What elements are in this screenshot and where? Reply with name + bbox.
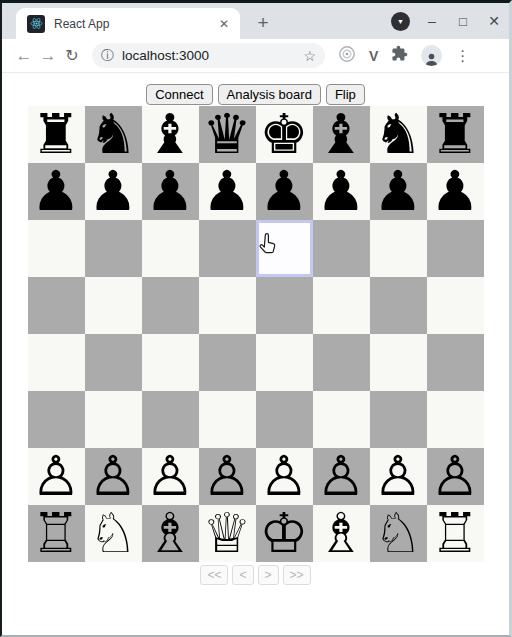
square-e7[interactable]: ♟	[256, 163, 313, 220]
square-e6[interactable]	[256, 220, 313, 277]
move-navigation: << < > >>	[2, 565, 509, 585]
piece-black-knight: ♞	[373, 106, 422, 163]
piece-black-pawn: ♟	[316, 163, 365, 220]
square-h6[interactable]	[427, 220, 484, 277]
react-favicon-icon	[27, 15, 45, 33]
square-f2[interactable]: ♙	[313, 448, 370, 505]
piece-black-pawn: ♟	[202, 163, 251, 220]
piece-black-rook: ♜	[31, 106, 80, 163]
square-h1[interactable]: ♖	[427, 505, 484, 562]
piece-black-pawn: ♟	[373, 163, 422, 220]
piece-white-knight: ♘	[88, 505, 137, 562]
square-f5[interactable]	[313, 277, 370, 334]
square-e1[interactable]: ♔	[256, 505, 313, 562]
square-b2[interactable]: ♙	[85, 448, 142, 505]
next-move-button[interactable]: >	[258, 565, 279, 585]
square-g6[interactable]	[370, 220, 427, 277]
square-b3[interactable]	[85, 391, 142, 448]
square-c3[interactable]	[142, 391, 199, 448]
browser-toolbar: ← → ↻ ⓘ localhost:3000 ☆ V	[2, 39, 509, 73]
tab-close-icon[interactable]: ✕	[216, 16, 232, 32]
media-controls-icon[interactable]: ▼	[391, 12, 410, 31]
piece-black-rook: ♜	[430, 106, 479, 163]
action-button-row: Connect Analysis board Flip	[2, 73, 509, 105]
square-c4[interactable]	[142, 334, 199, 391]
square-h7[interactable]: ♟	[427, 163, 484, 220]
prev-move-button[interactable]: <	[232, 565, 253, 585]
square-c8[interactable]: ♝	[142, 106, 199, 163]
piece-white-pawn: ♙	[145, 448, 194, 505]
square-g4[interactable]	[370, 334, 427, 391]
piece-white-rook: ♖	[31, 505, 80, 562]
square-a5[interactable]	[28, 277, 85, 334]
new-tab-button[interactable]: +	[250, 11, 276, 37]
piece-white-pawn: ♙	[430, 448, 479, 505]
square-h3[interactable]	[427, 391, 484, 448]
square-d2[interactable]: ♙	[199, 448, 256, 505]
piece-white-queen: ♕	[202, 505, 251, 562]
close-button[interactable]: ✕	[485, 13, 503, 29]
square-f4[interactable]	[313, 334, 370, 391]
piece-black-pawn: ♟	[31, 163, 80, 220]
square-f7[interactable]: ♟	[313, 163, 370, 220]
piece-white-knight: ♘	[373, 505, 422, 562]
square-c5[interactable]	[142, 277, 199, 334]
board-container: ♜♞♝♛♚♝♞♜♟♟♟♟♟♟♟♟♙♙♙♙♙♙♙♙♖♘♗♕♔♗♘♖	[28, 106, 484, 562]
profile-avatar[interactable]	[421, 45, 442, 66]
forward-icon[interactable]: →	[36, 46, 60, 66]
back-icon[interactable]: ←	[12, 46, 36, 66]
square-e2[interactable]: ♙	[256, 448, 313, 505]
piece-white-pawn: ♙	[202, 448, 251, 505]
square-h4[interactable]	[427, 334, 484, 391]
tab-title: React App	[54, 17, 216, 31]
piece-black-pawn: ♟	[145, 163, 194, 220]
piece-black-bishop: ♝	[145, 106, 194, 163]
square-e5[interactable]	[256, 277, 313, 334]
square-f6[interactable]	[313, 220, 370, 277]
square-a7[interactable]: ♟	[28, 163, 85, 220]
piece-black-pawn: ♟	[88, 163, 137, 220]
vue-devtools-icon[interactable]: V	[369, 48, 378, 64]
square-a4[interactable]	[28, 334, 85, 391]
piece-white-pawn: ♙	[31, 448, 80, 505]
square-a1[interactable]: ♖	[28, 505, 85, 562]
square-f3[interactable]	[313, 391, 370, 448]
piece-black-pawn: ♟	[430, 163, 479, 220]
square-d6[interactable]	[199, 220, 256, 277]
square-d7[interactable]: ♟	[199, 163, 256, 220]
square-e3[interactable]	[256, 391, 313, 448]
square-d1[interactable]: ♕	[199, 505, 256, 562]
square-c1[interactable]: ♗	[142, 505, 199, 562]
square-e4[interactable]	[256, 334, 313, 391]
extensions-row: V ⋮	[338, 45, 470, 67]
square-b6[interactable]	[85, 220, 142, 277]
square-b8[interactable]: ♞	[85, 106, 142, 163]
square-d8[interactable]: ♛	[199, 106, 256, 163]
piece-white-pawn: ♙	[88, 448, 137, 505]
piece-white-king: ♔	[259, 505, 308, 562]
square-e8[interactable]: ♚	[256, 106, 313, 163]
square-g8[interactable]: ♞	[370, 106, 427, 163]
recorder-extension-icon[interactable]	[338, 45, 356, 67]
square-d5[interactable]	[199, 277, 256, 334]
site-info-icon[interactable]: ⓘ	[101, 47, 114, 65]
browser-tab[interactable]: React App ✕	[16, 8, 240, 39]
square-d3[interactable]	[199, 391, 256, 448]
square-h8[interactable]: ♜	[427, 106, 484, 163]
piece-black-king: ♚	[259, 106, 308, 163]
piece-white-pawn: ♙	[316, 448, 365, 505]
square-b7[interactable]: ♟	[85, 163, 142, 220]
extensions-puzzle-icon[interactable]	[391, 45, 408, 66]
piece-white-bishop: ♗	[316, 505, 365, 562]
last-move-button[interactable]: >>	[283, 565, 311, 585]
square-b5[interactable]	[85, 277, 142, 334]
square-c2[interactable]: ♙	[142, 448, 199, 505]
piece-white-rook: ♖	[430, 505, 479, 562]
kebab-menu-icon[interactable]: ⋮	[455, 47, 470, 65]
square-f8[interactable]: ♝	[313, 106, 370, 163]
square-a6[interactable]	[28, 220, 85, 277]
piece-white-bishop: ♗	[145, 505, 194, 562]
maximize-button[interactable]: □	[454, 14, 472, 29]
square-b4[interactable]	[85, 334, 142, 391]
address-bar[interactable]: ⓘ localhost:3000 ☆	[92, 43, 325, 68]
square-d4[interactable]	[199, 334, 256, 391]
square-g7[interactable]: ♟	[370, 163, 427, 220]
square-a8[interactable]: ♜	[28, 106, 85, 163]
first-move-button[interactable]: <<	[200, 565, 228, 585]
square-g5[interactable]	[370, 277, 427, 334]
piece-white-pawn: ♙	[373, 448, 422, 505]
browser-window: React App ✕ + ▼ – □ ✕ ← → ↻ ⓘ localhost:…	[0, 0, 512, 637]
square-g3[interactable]	[370, 391, 427, 448]
piece-white-pawn: ♙	[259, 448, 308, 505]
square-b1[interactable]: ♘	[85, 505, 142, 562]
bookmark-star-icon[interactable]: ☆	[303, 48, 316, 64]
page-content: Connect Analysis board Flip ♜♞♝♛♚♝♞♜♟♟♟♟…	[2, 73, 509, 635]
piece-black-pawn: ♟	[259, 163, 308, 220]
tab-strip: React App ✕ + ▼ – □ ✕	[2, 3, 509, 39]
square-f1[interactable]: ♗	[313, 505, 370, 562]
chess-board: ♜♞♝♛♚♝♞♜♟♟♟♟♟♟♟♟♙♙♙♙♙♙♙♙♖♘♗♕♔♗♘♖	[28, 106, 484, 562]
square-a3[interactable]	[28, 391, 85, 448]
square-c6[interactable]	[142, 220, 199, 277]
piece-black-queen: ♛	[202, 106, 251, 163]
window-controls: ▼ – □ ✕	[391, 3, 503, 39]
square-a2[interactable]: ♙	[28, 448, 85, 505]
reload-icon[interactable]: ↻	[60, 46, 84, 65]
square-h5[interactable]	[427, 277, 484, 334]
square-g1[interactable]: ♘	[370, 505, 427, 562]
square-c7[interactable]: ♟	[142, 163, 199, 220]
square-h2[interactable]: ♙	[427, 448, 484, 505]
url-text[interactable]: localhost:3000	[122, 48, 303, 63]
piece-black-bishop: ♝	[316, 106, 365, 163]
minimize-button[interactable]: –	[423, 13, 441, 29]
square-g2[interactable]: ♙	[370, 448, 427, 505]
piece-black-knight: ♞	[88, 106, 137, 163]
